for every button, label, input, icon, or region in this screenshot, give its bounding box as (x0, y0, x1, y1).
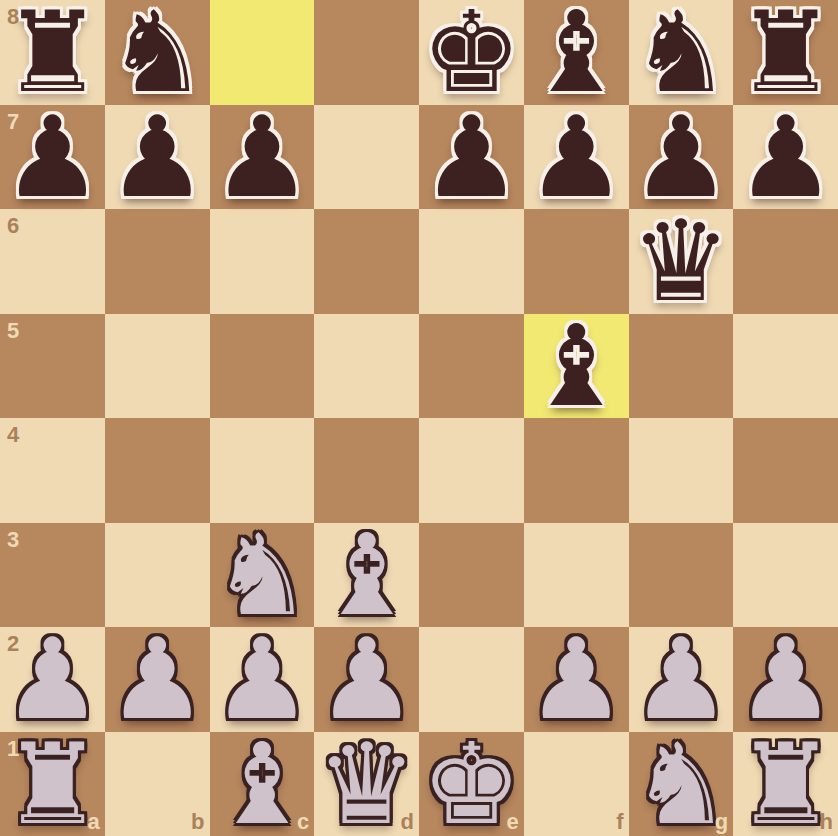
piece-black-bishop[interactable]: ♝ (526, 314, 626, 419)
square-d5[interactable] (314, 314, 419, 419)
square-b2[interactable]: ♟ (105, 627, 210, 732)
square-d3[interactable]: ♝ (314, 523, 419, 628)
square-a4[interactable]: 4 (0, 418, 105, 523)
chess-board: 8♜♞♚♝♞♜7♟♟♟♟♟♟♟6♛5♝43♞♝2♟♟♟♟♟♟♟1a♜bc♝d♛e… (0, 0, 838, 836)
piece-white-pawn[interactable]: ♟ (212, 627, 312, 732)
square-d8[interactable] (314, 0, 419, 105)
square-d2[interactable]: ♟ (314, 627, 419, 732)
square-a2[interactable]: 2♟ (0, 627, 105, 732)
square-a1[interactable]: 1a♜ (0, 732, 105, 836)
piece-white-knight[interactable]: ♞ (212, 523, 312, 628)
piece-white-rook[interactable]: ♜ (2, 732, 102, 836)
square-f6[interactable] (524, 209, 629, 314)
square-g4[interactable] (629, 418, 734, 523)
square-b8[interactable]: ♞ (105, 0, 210, 105)
square-a5[interactable]: 5 (0, 314, 105, 419)
square-e3[interactable] (419, 523, 524, 628)
piece-black-rook[interactable]: ♜ (2, 0, 102, 105)
square-g5[interactable] (629, 314, 734, 419)
square-e2[interactable] (419, 627, 524, 732)
square-f5[interactable]: ♝ (524, 314, 629, 419)
square-e5[interactable] (419, 314, 524, 419)
piece-black-pawn[interactable]: ♟ (2, 105, 102, 210)
square-g8[interactable]: ♞ (629, 0, 734, 105)
square-b3[interactable] (105, 523, 210, 628)
file-label-b: b (191, 811, 204, 833)
square-d4[interactable] (314, 418, 419, 523)
square-d6[interactable] (314, 209, 419, 314)
square-h4[interactable] (733, 418, 838, 523)
rank-label-3: 3 (7, 529, 19, 551)
square-h1[interactable]: h♜ (733, 732, 838, 836)
piece-white-knight[interactable]: ♞ (631, 732, 731, 836)
square-e1[interactable]: e♚ (419, 732, 524, 836)
piece-black-king[interactable]: ♚ (421, 0, 521, 105)
square-f4[interactable] (524, 418, 629, 523)
square-a7[interactable]: 7♟ (0, 105, 105, 210)
square-g1[interactable]: g♞ (629, 732, 734, 836)
piece-black-queen[interactable]: ♛ (631, 209, 731, 314)
square-h6[interactable] (733, 209, 838, 314)
piece-white-rook[interactable]: ♜ (735, 732, 835, 836)
square-b6[interactable] (105, 209, 210, 314)
square-h8[interactable]: ♜ (733, 0, 838, 105)
square-e6[interactable] (419, 209, 524, 314)
square-h3[interactable] (733, 523, 838, 628)
square-c5[interactable] (210, 314, 315, 419)
piece-black-knight[interactable]: ♞ (107, 0, 207, 105)
square-a8[interactable]: 8♜ (0, 0, 105, 105)
square-g6[interactable]: ♛ (629, 209, 734, 314)
piece-black-pawn[interactable]: ♟ (735, 105, 835, 210)
square-g7[interactable]: ♟ (629, 105, 734, 210)
rank-label-4: 4 (7, 424, 19, 446)
piece-white-bishop[interactable]: ♝ (316, 523, 416, 628)
square-f2[interactable]: ♟ (524, 627, 629, 732)
square-c8[interactable] (210, 0, 315, 105)
square-h5[interactable] (733, 314, 838, 419)
square-e8[interactable]: ♚ (419, 0, 524, 105)
piece-black-pawn[interactable]: ♟ (526, 105, 626, 210)
square-g3[interactable] (629, 523, 734, 628)
square-b5[interactable] (105, 314, 210, 419)
piece-white-pawn[interactable]: ♟ (107, 627, 207, 732)
square-f3[interactable] (524, 523, 629, 628)
square-c6[interactable] (210, 209, 315, 314)
piece-white-pawn[interactable]: ♟ (631, 627, 731, 732)
piece-black-pawn[interactable]: ♟ (212, 105, 312, 210)
square-g2[interactable]: ♟ (629, 627, 734, 732)
square-a3[interactable]: 3 (0, 523, 105, 628)
piece-white-pawn[interactable]: ♟ (526, 627, 626, 732)
file-label-f: f (616, 811, 623, 833)
square-f7[interactable]: ♟ (524, 105, 629, 210)
rank-label-5: 5 (7, 320, 19, 342)
square-c1[interactable]: c♝ (210, 732, 315, 836)
piece-black-knight[interactable]: ♞ (631, 0, 731, 105)
square-c3[interactable]: ♞ (210, 523, 315, 628)
piece-white-king[interactable]: ♚ (421, 732, 521, 836)
square-f8[interactable]: ♝ (524, 0, 629, 105)
square-b4[interactable] (105, 418, 210, 523)
square-e7[interactable]: ♟ (419, 105, 524, 210)
piece-black-pawn[interactable]: ♟ (421, 105, 521, 210)
square-d1[interactable]: d♛ (314, 732, 419, 836)
piece-white-queen[interactable]: ♛ (316, 732, 416, 836)
piece-white-pawn[interactable]: ♟ (316, 627, 416, 732)
square-h7[interactable]: ♟ (733, 105, 838, 210)
square-c2[interactable]: ♟ (210, 627, 315, 732)
piece-white-bishop[interactable]: ♝ (212, 732, 312, 836)
square-c4[interactable] (210, 418, 315, 523)
piece-white-pawn[interactable]: ♟ (735, 627, 835, 732)
square-b7[interactable]: ♟ (105, 105, 210, 210)
square-f1[interactable]: f (524, 732, 629, 836)
piece-black-pawn[interactable]: ♟ (107, 105, 207, 210)
square-c7[interactable]: ♟ (210, 105, 315, 210)
square-h2[interactable]: ♟ (733, 627, 838, 732)
piece-black-pawn[interactable]: ♟ (631, 105, 731, 210)
piece-black-rook[interactable]: ♜ (735, 0, 835, 105)
square-e4[interactable] (419, 418, 524, 523)
square-b1[interactable]: b (105, 732, 210, 836)
piece-black-bishop[interactable]: ♝ (526, 0, 626, 105)
square-a6[interactable]: 6 (0, 209, 105, 314)
square-d7[interactable] (314, 105, 419, 210)
piece-white-pawn[interactable]: ♟ (2, 627, 102, 732)
